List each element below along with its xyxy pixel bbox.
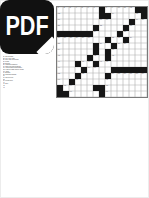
clue-list: 24. Not including25. Like every edge26. … [3,56,56,88]
cell-number: 45 [81,61,84,64]
cell-number: 47 [99,61,102,64]
cell-number: 2 [63,7,64,10]
cell-number: 30 [81,37,84,40]
cell-number: 25 [123,31,126,34]
cell-number: 34 [129,37,132,40]
cell-number: 26 [57,37,60,40]
cell-number: 18 [105,19,108,22]
cell-number: 53 [81,73,84,76]
cell-number: 31 [87,37,90,40]
cell-number: 15 [135,13,138,16]
cell-number: 27 [63,37,66,40]
cell-number: 36 [99,43,102,46]
grid-cell [141,91,147,97]
crossword-grid: 1234567891011121314151617181920212223242… [57,7,147,97]
cell-number: 41 [57,55,60,58]
cell-number: 22 [99,25,102,28]
cell-number: 24 [93,31,96,34]
cell-number: 39 [57,49,60,52]
document-page[interactable]: PDF 24. Not including25. Like every edge… [0,0,149,198]
cell-number: 46 [87,61,90,64]
cell-number: 6 [87,7,88,10]
cell-number: 28 [69,37,72,40]
cell-number: 14 [111,13,114,16]
cell-number: 52 [57,73,60,76]
cell-number: 23 [129,25,132,28]
cell-number: 59 [141,73,144,76]
cell-number: 49 [57,67,60,70]
cell-number: 10 [117,7,120,10]
cell-number: 17 [99,19,102,22]
cell-number: 62 [105,79,108,82]
cell-number: 9 [111,7,112,10]
cell-number: 1 [57,7,58,10]
cell-number: 38 [123,43,126,46]
cell-number: 40 [111,49,114,52]
cell-number: 3 [69,7,70,10]
cell-number: 60 [57,79,60,82]
cell-number: 61 [75,79,78,82]
cell-number: 19 [135,19,138,22]
cell-number: 43 [111,55,114,58]
cell-number: 42 [93,55,96,58]
cell-number: 55 [117,73,120,76]
cell-number: 8 [105,7,106,10]
cell-number: 5 [81,7,82,10]
cell-number: 64 [69,85,72,88]
cell-number: 33 [117,37,120,40]
clue-line: 43. [3,86,56,88]
cell-number: 48 [105,61,108,64]
cell-number: 13 [57,13,60,16]
cell-number: 56 [123,73,126,76]
cell-number: 11 [123,7,125,10]
cell-number: 12 [129,7,132,10]
cell-number: 37 [117,43,120,46]
cell-number: 20 [141,19,144,22]
cell-number: 7 [93,7,94,10]
cell-number: 29 [75,37,78,40]
cell-number: 35 [57,43,60,46]
cell-number: 44 [57,61,60,64]
pdf-badge: PDF [0,0,54,54]
cell-number: 54 [111,73,114,76]
cell-number: 66 [69,91,72,94]
cell-number: 16 [57,19,60,22]
cell-number: 58 [135,73,138,76]
cell-number: 32 [111,37,114,40]
cell-number: 51 [93,67,96,70]
cell-number: 21 [57,25,60,28]
cell-number: 65 [105,85,108,88]
pdf-badge-label: PDF [5,13,48,40]
cell-number: 57 [129,73,132,76]
cell-number: 67 [105,91,108,94]
cell-number: 63 [63,85,66,88]
cell-number: 50 [87,67,90,70]
cell-number: 4 [75,7,76,10]
